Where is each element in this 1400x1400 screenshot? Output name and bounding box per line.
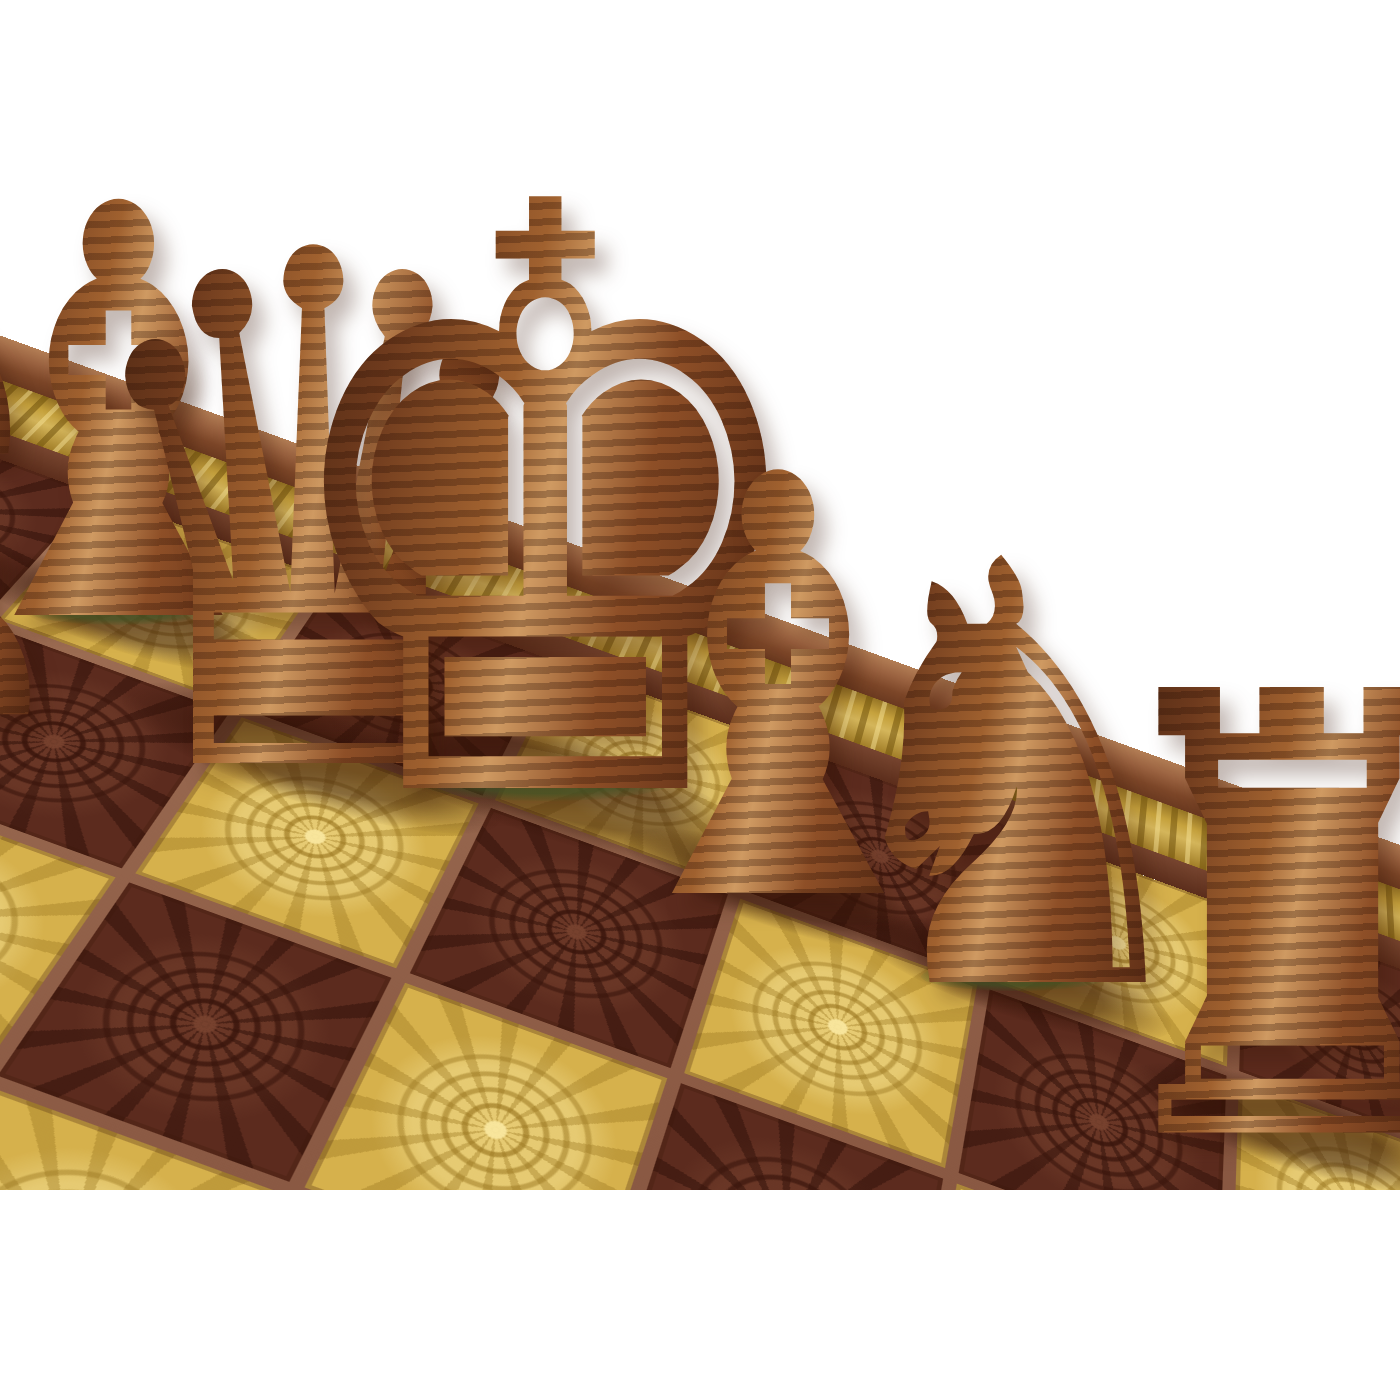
product-photo: ♟♝♟♛♚♝♞♜ [0,0,1400,1190]
piece-rook-h1: ♜ [987,616,1400,1190]
rook-glyph: ♜ [1079,616,1400,1190]
